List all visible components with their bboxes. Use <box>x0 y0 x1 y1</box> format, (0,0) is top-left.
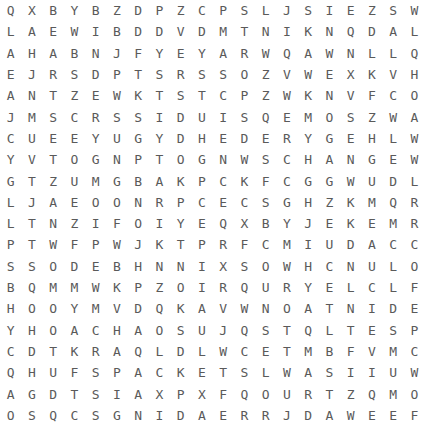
grid-cell[interactable]: C <box>64 106 85 127</box>
grid-cell[interactable]: M <box>361 192 382 213</box>
grid-cell[interactable]: N <box>255 21 276 42</box>
grid-cell[interactable]: W <box>85 277 106 298</box>
grid-cell[interactable]: P <box>149 0 170 21</box>
grid-cell[interactable]: J <box>106 43 127 64</box>
grid-cell[interactable]: N <box>128 405 149 426</box>
grid-cell[interactable]: T <box>21 170 42 191</box>
grid-cell[interactable]: L <box>383 256 404 277</box>
grid-cell[interactable]: O <box>404 383 425 404</box>
grid-cell[interactable]: J <box>276 0 297 21</box>
grid-cell[interactable]: W <box>298 64 319 85</box>
grid-cell[interactable]: A <box>404 106 425 127</box>
grid-cell[interactable]: I <box>213 106 234 127</box>
grid-cell[interactable]: E <box>170 43 191 64</box>
grid-cell[interactable]: R <box>404 192 425 213</box>
grid-cell[interactable]: C <box>85 319 106 340</box>
grid-cell[interactable]: D <box>170 405 191 426</box>
grid-cell[interactable]: M <box>383 213 404 234</box>
grid-cell[interactable]: D <box>43 383 64 404</box>
grid-cell[interactable]: E <box>43 21 64 42</box>
grid-cell[interactable]: V <box>21 149 42 170</box>
grid-cell[interactable]: E <box>340 128 361 149</box>
grid-cell[interactable]: I <box>191 277 212 298</box>
grid-cell[interactable]: T <box>276 319 297 340</box>
grid-cell[interactable]: W <box>404 149 425 170</box>
grid-cell[interactable]: Y <box>276 213 297 234</box>
grid-cell[interactable]: M <box>298 341 319 362</box>
grid-cell[interactable]: Z <box>43 170 64 191</box>
grid-cell[interactable]: B <box>106 256 127 277</box>
grid-cell[interactable]: S <box>191 64 212 85</box>
grid-cell[interactable]: C <box>234 192 255 213</box>
grid-cell[interactable]: O <box>43 319 64 340</box>
grid-cell[interactable]: O <box>106 192 127 213</box>
grid-cell[interactable]: T <box>276 341 297 362</box>
grid-cell[interactable]: S <box>340 106 361 127</box>
grid-cell[interactable]: C <box>361 277 382 298</box>
grid-cell[interactable]: F <box>255 170 276 191</box>
grid-cell[interactable]: V <box>106 298 127 319</box>
grid-cell[interactable]: A <box>0 85 21 106</box>
grid-cell[interactable]: Z <box>255 85 276 106</box>
grid-cell[interactable]: W <box>255 43 276 64</box>
grid-cell[interactable]: P <box>213 0 234 21</box>
grid-cell[interactable]: N <box>85 43 106 64</box>
grid-cell[interactable]: J <box>0 106 21 127</box>
grid-cell[interactable]: Z <box>361 106 382 127</box>
grid-cell[interactable]: Z <box>340 383 361 404</box>
grid-cell[interactable]: H <box>0 298 21 319</box>
grid-cell[interactable]: L <box>0 213 21 234</box>
grid-cell[interactable]: F <box>404 277 425 298</box>
grid-cell[interactable]: T <box>43 341 64 362</box>
grid-cell[interactable]: S <box>255 192 276 213</box>
grid-cell[interactable]: S <box>234 106 255 127</box>
grid-cell[interactable]: G <box>128 128 149 149</box>
grid-cell[interactable]: G <box>361 149 382 170</box>
grid-cell[interactable]: E <box>213 405 234 426</box>
grid-cell[interactable]: T <box>213 362 234 383</box>
grid-cell[interactable]: G <box>85 149 106 170</box>
grid-cell[interactable]: W <box>340 170 361 191</box>
grid-cell[interactable]: U <box>106 128 127 149</box>
grid-cell[interactable]: Q <box>361 383 382 404</box>
grid-cell[interactable]: E <box>319 277 340 298</box>
grid-cell[interactable]: K <box>170 170 191 191</box>
grid-cell[interactable]: N <box>340 298 361 319</box>
grid-cell[interactable]: D <box>85 64 106 85</box>
grid-cell[interactable]: V <box>361 341 382 362</box>
grid-cell[interactable]: S <box>21 405 42 426</box>
grid-cell[interactable]: Q <box>340 21 361 42</box>
grid-cell[interactable]: D <box>128 0 149 21</box>
grid-cell[interactable]: E <box>85 256 106 277</box>
grid-cell[interactable]: C <box>149 362 170 383</box>
grid-cell[interactable]: F <box>404 405 425 426</box>
grid-cell[interactable]: O <box>319 106 340 127</box>
grid-cell[interactable]: Q <box>276 43 297 64</box>
grid-cell[interactable]: W <box>106 85 127 106</box>
grid-cell[interactable]: W <box>319 43 340 64</box>
grid-cell[interactable]: E <box>64 192 85 213</box>
grid-cell[interactable]: W <box>106 234 127 255</box>
grid-cell[interactable]: P <box>170 383 191 404</box>
grid-cell[interactable]: M <box>64 277 85 298</box>
grid-cell[interactable]: Z <box>64 213 85 234</box>
grid-cell[interactable]: I <box>319 0 340 21</box>
grid-cell[interactable]: E <box>191 362 212 383</box>
grid-cell[interactable]: N <box>128 192 149 213</box>
grid-cell[interactable]: H <box>106 319 127 340</box>
grid-cell[interactable]: I <box>298 234 319 255</box>
grid-cell[interactable]: E <box>383 405 404 426</box>
grid-cell[interactable]: J <box>128 234 149 255</box>
grid-cell[interactable]: H <box>128 256 149 277</box>
grid-cell[interactable]: W <box>404 0 425 21</box>
grid-cell[interactable]: U <box>383 362 404 383</box>
grid-cell[interactable]: D <box>383 298 404 319</box>
grid-cell[interactable]: X <box>191 383 212 404</box>
grid-cell[interactable]: C <box>64 405 85 426</box>
grid-cell[interactable]: M <box>383 341 404 362</box>
grid-cell[interactable]: V <box>340 85 361 106</box>
grid-cell[interactable]: E <box>276 106 297 127</box>
grid-cell[interactable]: L <box>0 192 21 213</box>
grid-cell[interactable]: R <box>404 213 425 234</box>
grid-cell[interactable]: Q <box>234 319 255 340</box>
grid-cell[interactable]: R <box>255 405 276 426</box>
grid-cell[interactable]: N <box>319 21 340 42</box>
grid-cell[interactable]: O <box>43 256 64 277</box>
grid-cell[interactable]: X <box>213 256 234 277</box>
grid-cell[interactable]: L <box>404 170 425 191</box>
grid-cell[interactable]: S <box>106 106 127 127</box>
grid-cell[interactable]: Y <box>64 298 85 319</box>
grid-cell[interactable]: S <box>234 362 255 383</box>
grid-cell[interactable]: Q <box>43 405 64 426</box>
grid-cell[interactable]: N <box>21 85 42 106</box>
grid-cell[interactable]: C <box>0 341 21 362</box>
grid-cell[interactable]: S <box>85 383 106 404</box>
grid-cell[interactable]: O <box>255 383 276 404</box>
grid-cell[interactable]: D <box>234 128 255 149</box>
grid-cell[interactable]: T <box>64 383 85 404</box>
grid-cell[interactable]: M <box>213 21 234 42</box>
grid-cell[interactable]: E <box>404 298 425 319</box>
grid-cell[interactable]: D <box>149 21 170 42</box>
grid-cell[interactable]: A <box>319 149 340 170</box>
grid-cell[interactable]: Q <box>149 298 170 319</box>
grid-cell[interactable]: N <box>340 43 361 64</box>
grid-cell[interactable]: B <box>128 170 149 191</box>
grid-cell[interactable]: G <box>276 192 297 213</box>
grid-cell[interactable]: R <box>213 277 234 298</box>
grid-cell[interactable]: L <box>255 362 276 383</box>
grid-cell[interactable]: C <box>213 85 234 106</box>
grid-cell[interactable]: D <box>64 256 85 277</box>
grid-cell[interactable]: N <box>255 298 276 319</box>
grid-cell[interactable]: G <box>106 405 127 426</box>
grid-cell[interactable]: B <box>43 0 64 21</box>
grid-cell[interactable]: Z <box>170 0 191 21</box>
grid-cell[interactable]: W <box>340 405 361 426</box>
grid-cell[interactable]: J <box>213 319 234 340</box>
grid-cell[interactable]: C <box>404 234 425 255</box>
grid-cell[interactable]: Z <box>106 0 127 21</box>
grid-cell[interactable]: K <box>149 234 170 255</box>
grid-cell[interactable]: C <box>0 128 21 149</box>
grid-cell[interactable]: V <box>170 21 191 42</box>
grid-cell[interactable]: A <box>0 43 21 64</box>
grid-cell[interactable]: B <box>255 213 276 234</box>
grid-cell[interactable]: A <box>149 170 170 191</box>
grid-cell[interactable]: U <box>64 170 85 191</box>
grid-cell[interactable]: A <box>191 405 212 426</box>
grid-cell[interactable]: W <box>213 341 234 362</box>
grid-cell[interactable]: X <box>149 383 170 404</box>
grid-cell[interactable]: A <box>21 21 42 42</box>
grid-cell[interactable]: W <box>234 298 255 319</box>
grid-cell[interactable]: W <box>64 21 85 42</box>
grid-cell[interactable]: S <box>0 256 21 277</box>
grid-cell[interactable]: T <box>21 234 42 255</box>
grid-cell[interactable]: F <box>361 85 382 106</box>
grid-cell[interactable]: Q <box>128 341 149 362</box>
grid-cell[interactable]: H <box>21 43 42 64</box>
grid-cell[interactable]: B <box>106 21 127 42</box>
grid-cell[interactable]: I <box>149 213 170 234</box>
grid-cell[interactable]: K <box>234 170 255 191</box>
grid-cell[interactable]: L <box>149 341 170 362</box>
grid-cell[interactable]: S <box>383 0 404 21</box>
grid-cell[interactable]: N <box>170 256 191 277</box>
grid-cell[interactable]: I <box>149 106 170 127</box>
grid-cell[interactable]: C <box>276 149 297 170</box>
grid-cell[interactable]: Q <box>234 277 255 298</box>
grid-cell[interactable]: F <box>64 234 85 255</box>
grid-cell[interactable]: L <box>404 21 425 42</box>
grid-cell[interactable]: S <box>85 405 106 426</box>
grid-cell[interactable]: G <box>21 383 42 404</box>
grid-cell[interactable]: T <box>149 85 170 106</box>
grid-cell[interactable]: S <box>319 362 340 383</box>
grid-cell[interactable]: C <box>255 234 276 255</box>
grid-cell[interactable]: U <box>361 256 382 277</box>
grid-cell[interactable]: Y <box>0 149 21 170</box>
grid-cell[interactable]: G <box>0 170 21 191</box>
grid-cell[interactable]: T <box>191 85 212 106</box>
grid-cell[interactable]: G <box>191 149 212 170</box>
grid-cell[interactable]: F <box>213 383 234 404</box>
grid-cell[interactable]: H <box>298 149 319 170</box>
grid-cell[interactable]: S <box>170 85 191 106</box>
grid-cell[interactable]: L <box>0 21 21 42</box>
grid-cell[interactable]: B <box>64 43 85 64</box>
grid-cell[interactable]: M <box>21 106 42 127</box>
grid-cell[interactable]: U <box>361 170 382 191</box>
grid-cell[interactable]: U <box>276 383 297 404</box>
grid-cell[interactable]: D <box>170 341 191 362</box>
grid-cell[interactable]: M <box>85 298 106 319</box>
grid-cell[interactable]: H <box>21 362 42 383</box>
grid-cell[interactable]: A <box>319 405 340 426</box>
grid-cell[interactable]: L <box>383 43 404 64</box>
grid-cell[interactable]: W <box>383 106 404 127</box>
grid-cell[interactable]: U <box>255 277 276 298</box>
grid-cell[interactable]: X <box>21 0 42 21</box>
grid-cell[interactable]: P <box>85 234 106 255</box>
grid-cell[interactable]: Y <box>170 213 191 234</box>
grid-cell[interactable]: A <box>128 362 149 383</box>
grid-cell[interactable]: O <box>0 405 21 426</box>
grid-cell[interactable]: K <box>298 85 319 106</box>
grid-cell[interactable]: T <box>319 383 340 404</box>
grid-cell[interactable]: U <box>43 362 64 383</box>
grid-cell[interactable]: N <box>43 213 64 234</box>
grid-cell[interactable]: I <box>361 298 382 319</box>
grid-cell[interactable]: O <box>64 149 85 170</box>
grid-cell[interactable]: V <box>276 64 297 85</box>
grid-cell[interactable]: R <box>43 64 64 85</box>
grid-cell[interactable]: A <box>213 43 234 64</box>
grid-cell[interactable]: R <box>149 192 170 213</box>
grid-cell[interactable]: Z <box>319 192 340 213</box>
grid-cell[interactable]: S <box>255 149 276 170</box>
grid-cell[interactable]: E <box>383 149 404 170</box>
grid-cell[interactable]: I <box>276 21 297 42</box>
grid-cell[interactable]: T <box>149 149 170 170</box>
grid-cell[interactable]: R <box>85 106 106 127</box>
grid-cell[interactable]: R <box>170 64 191 85</box>
grid-cell[interactable]: C <box>383 85 404 106</box>
grid-cell[interactable]: T <box>43 149 64 170</box>
grid-cell[interactable]: F <box>340 341 361 362</box>
grid-cell[interactable]: E <box>213 128 234 149</box>
grid-cell[interactable]: A <box>0 383 21 404</box>
grid-cell[interactable]: S <box>255 319 276 340</box>
grid-cell[interactable]: P <box>404 319 425 340</box>
grid-cell[interactable]: E <box>43 128 64 149</box>
grid-cell[interactable]: H <box>298 192 319 213</box>
grid-cell[interactable]: A <box>43 192 64 213</box>
grid-cell[interactable]: Q <box>213 213 234 234</box>
grid-cell[interactable]: C <box>404 341 425 362</box>
grid-cell[interactable]: E <box>0 64 21 85</box>
grid-cell[interactable]: E <box>64 128 85 149</box>
grid-cell[interactable]: U <box>21 128 42 149</box>
grid-cell[interactable]: T <box>128 64 149 85</box>
grid-cell[interactable]: W <box>276 85 297 106</box>
grid-cell[interactable]: N <box>213 149 234 170</box>
grid-cell[interactable]: Y <box>85 128 106 149</box>
grid-cell[interactable]: P <box>106 362 127 383</box>
grid-cell[interactable]: E <box>361 213 382 234</box>
grid-cell[interactable]: A <box>298 298 319 319</box>
grid-cell[interactable]: Q <box>383 192 404 213</box>
grid-cell[interactable]: F <box>128 43 149 64</box>
grid-cell[interactable]: E <box>361 405 382 426</box>
grid-cell[interactable]: I <box>340 362 361 383</box>
grid-cell[interactable]: H <box>298 256 319 277</box>
grid-cell[interactable]: E <box>213 192 234 213</box>
grid-cell[interactable]: S <box>170 319 191 340</box>
grid-cell[interactable]: B <box>85 0 106 21</box>
grid-cell[interactable]: C <box>191 0 212 21</box>
grid-cell[interactable]: A <box>191 298 212 319</box>
grid-cell[interactable]: Z <box>149 277 170 298</box>
grid-cell[interactable]: D <box>128 21 149 42</box>
grid-cell[interactable]: J <box>276 405 297 426</box>
grid-cell[interactable]: S <box>234 256 255 277</box>
grid-cell[interactable]: P <box>128 149 149 170</box>
grid-cell[interactable]: C <box>319 256 340 277</box>
grid-cell[interactable]: K <box>340 192 361 213</box>
grid-cell[interactable]: O <box>170 277 191 298</box>
grid-cell[interactable]: M <box>276 234 297 255</box>
grid-cell[interactable]: E <box>85 85 106 106</box>
grid-cell[interactable]: O <box>170 149 191 170</box>
grid-cell[interactable]: S <box>234 0 255 21</box>
grid-cell[interactable]: F <box>234 234 255 255</box>
grid-cell[interactable]: R <box>276 128 297 149</box>
grid-cell[interactable]: S <box>128 106 149 127</box>
grid-cell[interactable]: S <box>43 106 64 127</box>
grid-cell[interactable]: J <box>21 192 42 213</box>
grid-cell[interactable]: D <box>191 21 212 42</box>
grid-cell[interactable]: D <box>340 234 361 255</box>
grid-cell[interactable]: I <box>106 383 127 404</box>
grid-cell[interactable]: T <box>340 319 361 340</box>
grid-cell[interactable]: K <box>361 64 382 85</box>
grid-cell[interactable]: P <box>106 64 127 85</box>
grid-cell[interactable]: A <box>298 43 319 64</box>
grid-cell[interactable]: Y <box>298 277 319 298</box>
grid-cell[interactable]: Q <box>404 43 425 64</box>
grid-cell[interactable]: A <box>43 43 64 64</box>
grid-cell[interactable]: F <box>106 213 127 234</box>
grid-cell[interactable]: O <box>149 319 170 340</box>
grid-cell[interactable]: A <box>361 234 382 255</box>
grid-cell[interactable]: U <box>191 319 212 340</box>
grid-cell[interactable]: B <box>0 277 21 298</box>
grid-cell[interactable]: S <box>21 256 42 277</box>
grid-cell[interactable]: N <box>319 85 340 106</box>
grid-cell[interactable]: Y <box>149 128 170 149</box>
grid-cell[interactable]: W <box>234 149 255 170</box>
grid-cell[interactable]: X <box>234 213 255 234</box>
grid-cell[interactable]: B <box>319 341 340 362</box>
grid-cell[interactable]: V <box>383 64 404 85</box>
grid-cell[interactable]: D <box>170 128 191 149</box>
grid-cell[interactable]: H <box>404 64 425 85</box>
grid-cell[interactable]: E <box>361 319 382 340</box>
grid-cell[interactable]: T <box>43 85 64 106</box>
grid-cell[interactable]: Y <box>298 128 319 149</box>
grid-cell[interactable]: G <box>319 170 340 191</box>
grid-cell[interactable]: R <box>276 277 297 298</box>
grid-cell[interactable]: P <box>170 192 191 213</box>
grid-cell[interactable]: O <box>85 192 106 213</box>
grid-cell[interactable]: W <box>276 362 297 383</box>
grid-cell[interactable]: K <box>170 298 191 319</box>
grid-cell[interactable]: W <box>404 128 425 149</box>
grid-cell[interactable]: V <box>213 298 234 319</box>
grid-cell[interactable]: Z <box>64 85 85 106</box>
grid-cell[interactable]: D <box>128 298 149 319</box>
grid-cell[interactable]: A <box>64 319 85 340</box>
grid-cell[interactable]: Y <box>0 319 21 340</box>
grid-cell[interactable]: S <box>149 64 170 85</box>
